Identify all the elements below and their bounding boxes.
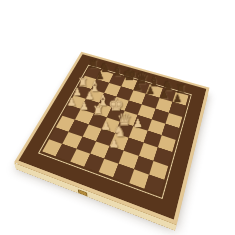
- chess-set-photo: ♜♞♝♛♚♝♞♜♟♟♟♟♟♝♜♚♝♟♟♟♛♜♟♟♞♟♟: [0, 0, 235, 235]
- chess-board: ♜♞♝♛♚♝♞♜♟♟♟♟♟♝♜♚♝♟♟♟♛♜♟♟♞♟♟: [14, 52, 210, 225]
- photo-canvas: ♜♞♝♛♚♝♞♜♟♟♟♟♟♝♜♚♝♟♟♟♛♜♟♟♞♟♟: [0, 0, 235, 235]
- board-top-face: ♜♞♝♛♚♝♞♜♟♟♟♟♟♝♜♚♝♟♟♟♛♜♟♟♞♟♟: [14, 52, 210, 225]
